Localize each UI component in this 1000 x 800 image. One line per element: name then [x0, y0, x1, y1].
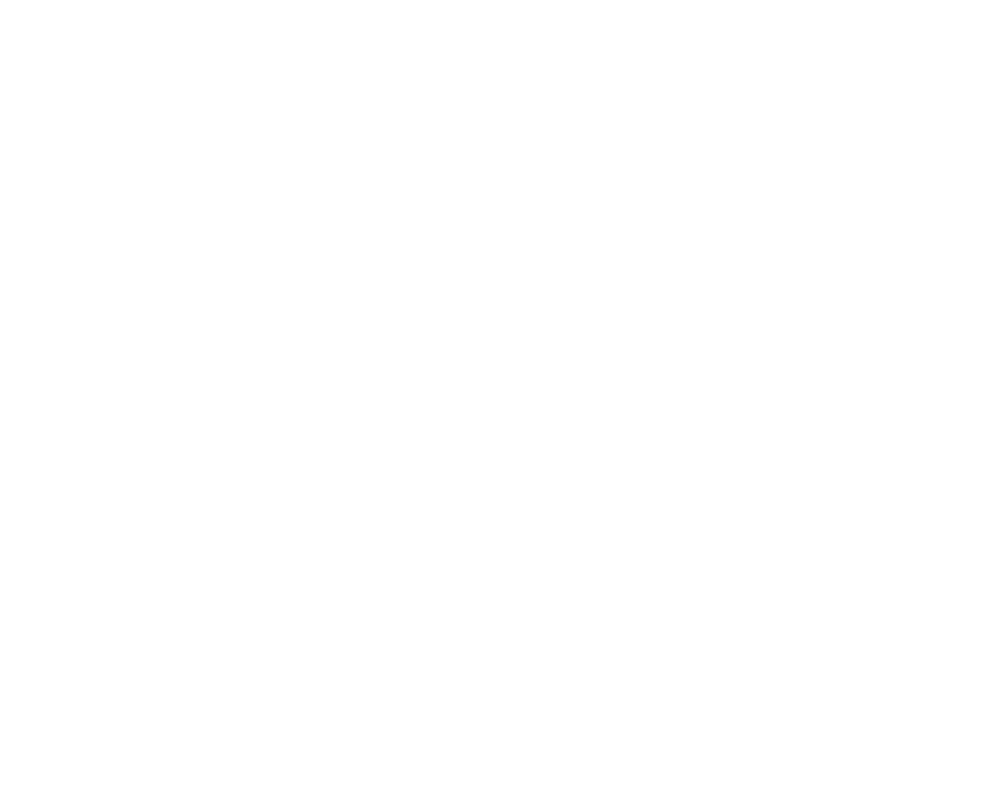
product-photo-canvas	[0, 0, 1000, 800]
chess-board	[0, 0, 1000, 800]
